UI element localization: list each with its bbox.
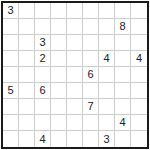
cell-r3c5[interactable] [67,35,83,51]
cell-r3c6[interactable] [83,35,99,51]
cell-r1c4[interactable] [51,3,67,19]
cell-r8c9[interactable] [131,115,147,131]
cell-r9c1[interactable] [3,131,19,147]
clue-cell-r6c3: 6 [35,83,51,99]
cell-r7c5[interactable] [67,99,83,115]
cell-r3c1[interactable] [3,35,19,51]
cell-r5c7[interactable] [99,67,115,83]
cell-r3c4[interactable] [51,35,67,51]
clue-cell-r4c7: 4 [99,51,115,67]
cell-r3c2[interactable] [19,35,35,51]
cell-r2c1[interactable] [3,19,19,35]
cell-r1c5[interactable] [67,3,83,19]
clue-cell-r7c6: 7 [83,99,99,115]
cell-r5c5[interactable] [67,67,83,83]
cell-r5c2[interactable] [19,67,35,83]
cell-r1c3[interactable] [35,3,51,19]
cell-r6c5[interactable] [67,83,83,99]
cell-r6c6[interactable] [83,83,99,99]
cell-r4c5[interactable] [67,51,83,67]
cell-r7c2[interactable] [19,99,35,115]
cell-r2c7[interactable] [99,19,115,35]
cell-r4c1[interactable] [3,51,19,67]
clue-cell-r1c1: 3 [3,3,19,19]
cell-r6c8[interactable] [115,83,131,99]
cell-r1c9[interactable] [131,3,147,19]
cell-r6c7[interactable] [99,83,115,99]
clue-cell-r9c7: 3 [99,131,115,147]
cell-r8c2[interactable] [19,115,35,131]
cell-r8c4[interactable] [51,115,67,131]
cell-r9c2[interactable] [19,131,35,147]
cell-r8c3[interactable] [35,115,51,131]
cell-r7c7[interactable] [99,99,115,115]
cell-r2c5[interactable] [67,19,83,35]
cell-r7c1[interactable] [3,99,19,115]
clue-cell-r9c3: 4 [35,131,51,147]
cell-r9c8[interactable] [115,131,131,147]
cell-r6c2[interactable] [19,83,35,99]
cell-r5c8[interactable] [115,67,131,83]
cell-r4c6[interactable] [83,51,99,67]
cell-r8c6[interactable] [83,115,99,131]
clue-cell-r6c1: 5 [3,83,19,99]
cell-r2c6[interactable] [83,19,99,35]
cell-r6c4[interactable] [51,83,67,99]
puzzle-board: 3832446567443 [1,1,149,149]
clue-cell-r4c3: 2 [35,51,51,67]
cell-r5c9[interactable] [131,67,147,83]
cell-r5c3[interactable] [35,67,51,83]
cell-r9c6[interactable] [83,131,99,147]
cell-r8c7[interactable] [99,115,115,131]
clue-cell-r2c8: 8 [115,19,131,35]
cell-r2c4[interactable] [51,19,67,35]
cell-r3c8[interactable] [115,35,131,51]
cell-r1c7[interactable] [99,3,115,19]
cell-r1c2[interactable] [19,3,35,19]
cell-r8c5[interactable] [67,115,83,131]
cell-r3c7[interactable] [99,35,115,51]
clue-cell-r4c9: 4 [131,51,147,67]
cell-r7c9[interactable] [131,99,147,115]
cell-r5c1[interactable] [3,67,19,83]
cell-r6c9[interactable] [131,83,147,99]
cell-r1c6[interactable] [83,3,99,19]
cell-r1c8[interactable] [115,3,131,19]
cell-r9c4[interactable] [51,131,67,147]
cell-r4c8[interactable] [115,51,131,67]
cell-r2c3[interactable] [35,19,51,35]
cell-r3c9[interactable] [131,35,147,51]
cell-r9c9[interactable] [131,131,147,147]
cell-r9c5[interactable] [67,131,83,147]
clue-cell-r8c8: 4 [115,115,131,131]
cell-r2c9[interactable] [131,19,147,35]
cell-r4c2[interactable] [19,51,35,67]
clue-cell-r3c3: 3 [35,35,51,51]
cell-r7c4[interactable] [51,99,67,115]
cell-r7c3[interactable] [35,99,51,115]
clue-cell-r5c6: 6 [83,67,99,83]
cell-r2c2[interactable] [19,19,35,35]
cell-r8c1[interactable] [3,115,19,131]
cell-r4c4[interactable] [51,51,67,67]
cell-r7c8[interactable] [115,99,131,115]
cell-r5c4[interactable] [51,67,67,83]
